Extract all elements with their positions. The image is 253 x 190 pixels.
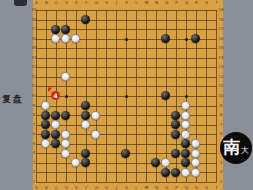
column-label: H [102,185,109,189]
black-stone [121,149,130,158]
grid-line-vertical [156,10,157,182]
white-stone [61,34,70,43]
column-label: C [52,185,59,189]
column-label: N [152,185,159,189]
column-label: E [72,185,79,189]
white-stone [61,72,70,81]
grid-line-vertical [136,10,137,182]
watermark-badge: 南 大 [220,132,252,164]
white-stone [61,130,70,139]
row-label: 3 [31,161,36,165]
white-stone [161,158,170,167]
row-label: 8 [31,113,36,117]
row-label: 5 [31,142,36,146]
column-label: P [172,185,179,189]
white-stone [41,101,50,110]
grid-line-vertical [146,10,147,182]
black-stone [81,101,90,110]
row-label: 18 [31,18,36,22]
black-stone [61,111,70,120]
black-stone [161,34,170,43]
star-point [185,95,188,98]
row-label: 11 [31,84,36,88]
column-label: J [112,185,119,189]
grid-line-vertical [216,10,217,182]
column-label: L [132,1,139,5]
column-label: R [192,1,199,5]
black-stone [171,120,180,129]
black-stone [191,34,200,43]
grid-line-vertical [206,10,207,182]
white-stone [181,111,190,120]
column-label: O [162,1,169,5]
column-label: G [92,185,99,189]
row-label: 4 [31,151,36,155]
review-label: 复盘 [2,93,32,106]
star-point [125,95,128,98]
row-label: 9 [31,103,36,107]
black-stone [41,111,50,120]
black-stone [171,130,180,139]
column-label: N [152,1,159,5]
column-label: D [62,185,69,189]
white-stone [181,168,190,177]
watermark-subtext: 大 [241,146,249,155]
row-label: 15 [31,46,36,50]
move-number-marker: 4 [51,91,60,100]
white-stone [51,120,60,129]
black-stone [81,158,90,167]
black-stone [61,25,70,34]
black-stone [181,149,190,158]
white-stone [191,149,200,158]
black-stone [81,111,90,120]
row-label: 16 [31,37,36,41]
row-label: 13 [31,65,36,69]
column-label: S [202,185,209,189]
black-stone [171,111,180,120]
app-window: 复盘 AABBCCDDEEFFGGHHJJKKLLMMNNOOPPQQRRSST… [0,0,253,190]
row-label: 7 [31,123,36,127]
column-label: F [82,1,89,5]
black-stone [81,149,90,158]
black-stone [181,139,190,148]
column-label: A [32,185,39,189]
column-label: R [192,185,199,189]
column-label: G [92,1,99,5]
white-stone [181,101,190,110]
row-label: 2 [31,170,36,174]
column-label: J [112,1,119,5]
column-label: A [32,1,39,5]
row-label: 19 [31,8,36,12]
row-label: 6 [31,132,36,136]
watermark-text: 南 [223,137,240,157]
column-label: M [142,185,149,189]
star-point [125,38,128,41]
row-label: 10 [31,94,36,98]
black-stone [161,168,170,177]
white-stone [191,139,200,148]
column-label: D [62,1,69,5]
white-stone [181,120,190,129]
black-stone [41,130,50,139]
white-stone [81,120,90,129]
white-stone [191,168,200,177]
column-label: Q [182,1,189,5]
black-stone [171,168,180,177]
column-label: K [122,185,129,189]
column-label: O [162,185,169,189]
black-stone [51,111,60,120]
column-label: B [42,1,49,5]
column-label: K [122,1,129,5]
white-stone [61,139,70,148]
white-stone [71,158,80,167]
column-label: C [52,1,59,5]
star-point [185,38,188,41]
column-label: Q [182,185,189,189]
column-label: M [142,1,149,5]
white-stone [41,139,50,148]
black-stone [161,91,170,100]
white-stone [61,149,70,158]
black-stone [41,120,50,129]
white-stone [191,158,200,167]
column-label: P [172,1,179,5]
row-label: 14 [31,56,36,60]
black-stone [181,158,190,167]
left-sidebar: 复盘 [0,0,33,190]
column-label: B [42,185,49,189]
column-label: S [202,1,209,5]
row-label: 17 [31,27,36,31]
white-stone [181,130,190,139]
corner-ui-fragment [14,0,27,6]
row-label: 12 [31,75,36,79]
column-label: T [212,185,219,189]
white-stone [91,130,100,139]
go-board[interactable]: AABBCCDDEEFFGGHHJJKKLLMMNNOOPPQQRRSSTT19… [33,0,223,190]
column-label: F [82,185,89,189]
black-stone [51,25,60,34]
column-label: L [132,185,139,189]
black-stone [51,139,60,148]
white-stone [51,34,60,43]
row-label: 1 [31,180,36,184]
column-label: T [212,1,219,5]
column-label: E [72,1,79,5]
black-stone [151,158,160,167]
white-stone [91,111,100,120]
star-point [65,95,68,98]
black-stone [51,130,60,139]
white-stone [71,34,80,43]
grid-line-horizontal [36,182,217,183]
black-stone [81,15,90,24]
column-label: H [102,1,109,5]
black-stone [171,149,180,158]
